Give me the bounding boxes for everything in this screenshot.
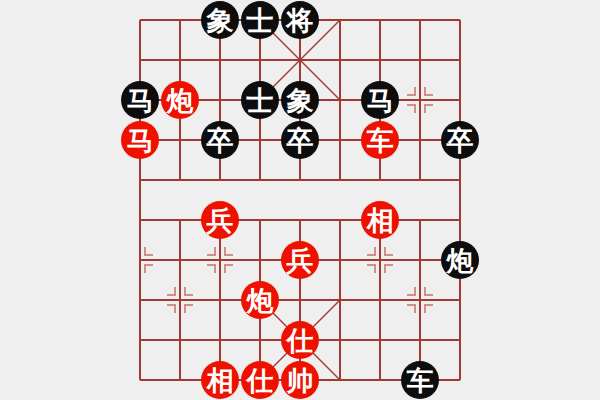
piece-black-horse[interactable]: 马 xyxy=(121,81,159,119)
piece-red-general[interactable]: 帅 xyxy=(281,361,319,399)
piece-black-elephant[interactable]: 象 xyxy=(281,81,319,119)
piece-red-cannon[interactable]: 炮 xyxy=(161,81,199,119)
xiangqi-board[interactable]: 象士将马炮士象马马卒卒车卒兵相兵炮炮仕相仕帅车 xyxy=(0,0,600,400)
piece-black-chariot[interactable]: 车 xyxy=(401,361,439,399)
piece-black-soldier[interactable]: 卒 xyxy=(281,121,319,159)
piece-layer: 象士将马炮士象马马卒卒车卒兵相兵炮炮仕相仕帅车 xyxy=(120,0,480,400)
piece-red-advisor[interactable]: 仕 xyxy=(241,361,279,399)
piece-red-chariot[interactable]: 车 xyxy=(361,121,399,159)
piece-red-cannon[interactable]: 炮 xyxy=(241,281,279,319)
piece-red-soldier[interactable]: 兵 xyxy=(281,241,319,279)
piece-black-general[interactable]: 将 xyxy=(281,1,319,39)
piece-black-elephant[interactable]: 象 xyxy=(201,1,239,39)
piece-black-cannon[interactable]: 炮 xyxy=(441,241,479,279)
piece-black-soldier[interactable]: 卒 xyxy=(441,121,479,159)
piece-black-advisor[interactable]: 士 xyxy=(241,1,279,39)
piece-red-advisor[interactable]: 仕 xyxy=(281,321,319,359)
piece-black-advisor[interactable]: 士 xyxy=(241,81,279,119)
piece-black-horse[interactable]: 马 xyxy=(361,81,399,119)
piece-red-elephant[interactable]: 相 xyxy=(361,201,399,239)
piece-red-elephant[interactable]: 相 xyxy=(201,361,239,399)
piece-black-soldier[interactable]: 卒 xyxy=(201,121,239,159)
xiangqi-app: 象士将马炮士象马马卒卒车卒兵相兵炮炮仕相仕帅车 xyxy=(0,0,600,400)
piece-red-soldier[interactable]: 兵 xyxy=(201,201,239,239)
piece-red-horse[interactable]: 马 xyxy=(121,121,159,159)
